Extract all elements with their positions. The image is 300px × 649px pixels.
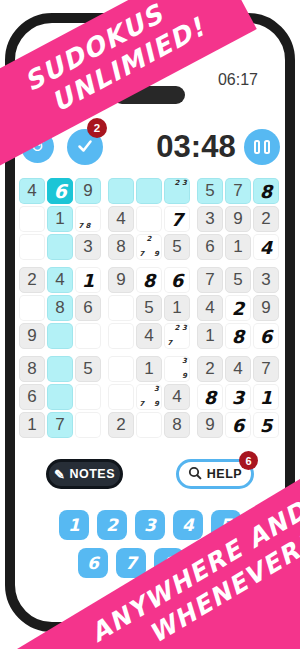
cell-r6c5[interactable]: 4 (136, 323, 162, 349)
cell-r4c5[interactable]: 8 (136, 267, 162, 293)
note-digit: 7 (166, 340, 173, 347)
note-digit: 3 (153, 386, 160, 393)
cell-r1c5[interactable] (136, 178, 162, 204)
cell-r8c2[interactable] (47, 384, 73, 410)
notes-button-label: NOTES (69, 467, 115, 481)
cell-r7c5[interactable]: 1 (136, 356, 162, 382)
cell-r6c8[interactable]: 8 (225, 323, 251, 349)
cell-r3c8[interactable]: 1 (225, 234, 251, 260)
note-digit: 9 (153, 401, 160, 408)
cell-r9c8[interactable]: 6 (225, 412, 251, 438)
cell-r6c6[interactable]: 237 (164, 323, 190, 349)
cell-r7c1[interactable]: 8 (19, 356, 45, 382)
notes-button[interactable]: ✎ NOTES (46, 459, 123, 489)
cell-r5c8[interactable]: 2 (225, 295, 251, 321)
cell-r1c7[interactable]: 5 (197, 178, 223, 204)
cell-r8c8[interactable]: 3 (225, 384, 251, 410)
numpad-button-6[interactable]: 6 (78, 548, 108, 578)
cell-r4c2[interactable]: 4 (47, 267, 73, 293)
cell-r1c6[interactable]: 23 (164, 178, 190, 204)
cell-r9c4[interactable]: 2 (108, 412, 134, 438)
cell-r7c3[interactable]: 5 (75, 356, 101, 382)
cell-r8c7[interactable]: 8 (197, 384, 223, 410)
cell-r9c3[interactable] (75, 412, 101, 438)
note-digit: 8 (84, 223, 91, 230)
numpad-button-2[interactable]: 2 (97, 510, 127, 540)
magnifier-icon (188, 466, 202, 483)
check-icon (75, 136, 95, 159)
cell-r2c7[interactable]: 3 (197, 206, 223, 232)
numpad-button-4[interactable]: 4 (173, 510, 203, 540)
note-digit: 9 (181, 373, 188, 380)
cell-r6c1[interactable]: 9 (19, 323, 45, 349)
cell-r3c4[interactable]: 8 (108, 234, 134, 260)
cell-r6c4[interactable] (108, 323, 134, 349)
cell-r3c1[interactable] (19, 234, 45, 260)
cell-r3c5[interactable]: 279 (136, 234, 162, 260)
cell-r7c9[interactable]: 7 (253, 356, 279, 382)
cell-r9c2[interactable]: 7 (47, 412, 73, 438)
cell-r7c7[interactable]: 2 (197, 356, 223, 382)
numpad-button-3[interactable]: 3 (135, 510, 165, 540)
cell-r8c5[interactable]: 379 (136, 384, 162, 410)
note-digit: 7 (138, 251, 145, 258)
cell-r6c7[interactable]: 1 (197, 323, 223, 349)
help-badge: 6 (239, 451, 258, 470)
cell-r1c4[interactable] (108, 178, 134, 204)
cell-r3c9[interactable]: 4 (253, 234, 279, 260)
cell-r9c1[interactable]: 1 (19, 412, 45, 438)
cell-r5c3[interactable]: 6 (75, 295, 101, 321)
note-digit: 3 (181, 358, 188, 365)
cell-r2c8[interactable]: 9 (225, 206, 251, 232)
cell-r8c9[interactable]: 1 (253, 384, 279, 410)
pencil-icon: ✎ (54, 468, 65, 481)
cell-r1c8[interactable]: 7 (225, 178, 251, 204)
cell-r4c1[interactable]: 2 (19, 267, 45, 293)
cell-r9c5[interactable] (136, 412, 162, 438)
cell-r8c1[interactable]: 6 (19, 384, 45, 410)
cell-r6c3[interactable] (75, 323, 101, 349)
pause-button[interactable] (244, 129, 280, 165)
cell-r3c7[interactable]: 6 (197, 234, 223, 260)
cell-r2c5[interactable] (136, 206, 162, 232)
cell-r1c1[interactable]: 4 (19, 178, 45, 204)
numpad-button-1[interactable]: 1 (59, 510, 89, 540)
cell-r2c3[interactable]: 78 (75, 206, 101, 232)
cell-r5c2[interactable]: 8 (47, 295, 73, 321)
cell-r4c4[interactable]: 9 (108, 267, 134, 293)
cell-r9c9[interactable]: 5 (253, 412, 279, 438)
cell-r7c2[interactable] (47, 356, 73, 382)
cell-r5c5[interactable]: 5 (136, 295, 162, 321)
cell-r4c9[interactable]: 3 (253, 267, 279, 293)
help-button-label: HELP (207, 467, 242, 481)
pause-icon (254, 140, 270, 154)
note-digit: 7 (138, 401, 145, 408)
cell-r5c6[interactable]: 1 (164, 295, 190, 321)
cell-r1c3[interactable]: 9 (75, 178, 101, 204)
cell-r7c4[interactable] (108, 356, 134, 382)
cell-r2c4[interactable]: 4 (108, 206, 134, 232)
cell-r4c6[interactable]: 6 (164, 267, 190, 293)
cell-r7c6[interactable]: 39 (164, 356, 190, 382)
cell-r2c6[interactable]: 7 (164, 206, 190, 232)
cell-r4c7[interactable]: 7 (197, 267, 223, 293)
cell-r5c7[interactable]: 4 (197, 295, 223, 321)
note-digit: 2 (173, 180, 180, 187)
cell-r6c9[interactable]: 6 (253, 323, 279, 349)
check-badge: 2 (87, 118, 107, 138)
note-digit: 3 (181, 180, 188, 187)
cell-r6c2[interactable] (47, 323, 73, 349)
cell-r1c2[interactable]: 6 (47, 178, 73, 204)
cell-r2c9[interactable]: 2 (253, 206, 279, 232)
note-digit: 9 (153, 251, 160, 258)
status-clock: 06:17 (218, 71, 258, 89)
note-digit: 2 (145, 236, 152, 243)
game-timer: 03:48 (146, 129, 246, 165)
cell-r7c8[interactable]: 4 (225, 356, 251, 382)
cell-r9c7[interactable]: 9 (197, 412, 223, 438)
cell-r3c3[interactable]: 3 (75, 234, 101, 260)
cell-r8c6[interactable]: 4 (164, 384, 190, 410)
note-digit: 7 (77, 223, 84, 230)
cell-r5c9[interactable]: 9 (253, 295, 279, 321)
marketing-screenshot: 06:17 ↺ 2 03:48 469235781784739238279561… (0, 0, 300, 649)
cell-r4c3[interactable]: 1 (75, 267, 101, 293)
cell-r8c4[interactable] (108, 384, 134, 410)
note-digit: 3 (181, 325, 188, 332)
cell-r5c4[interactable] (108, 295, 134, 321)
cell-r3c6[interactable]: 5 (164, 234, 190, 260)
cell-r3c2[interactable] (47, 234, 73, 260)
cell-r5c1[interactable] (19, 295, 45, 321)
cell-r2c1[interactable] (19, 206, 45, 232)
cell-r2c2[interactable]: 1 (47, 206, 73, 232)
sudoku-board: 4692357817847392382795614241986753865142… (18, 177, 280, 439)
note-digit: 2 (173, 325, 180, 332)
cell-r4c8[interactable]: 5 (225, 267, 251, 293)
cell-r9c6[interactable]: 8 (164, 412, 190, 438)
cell-r1c9[interactable]: 8 (253, 178, 279, 204)
cell-r8c3[interactable] (75, 384, 101, 410)
